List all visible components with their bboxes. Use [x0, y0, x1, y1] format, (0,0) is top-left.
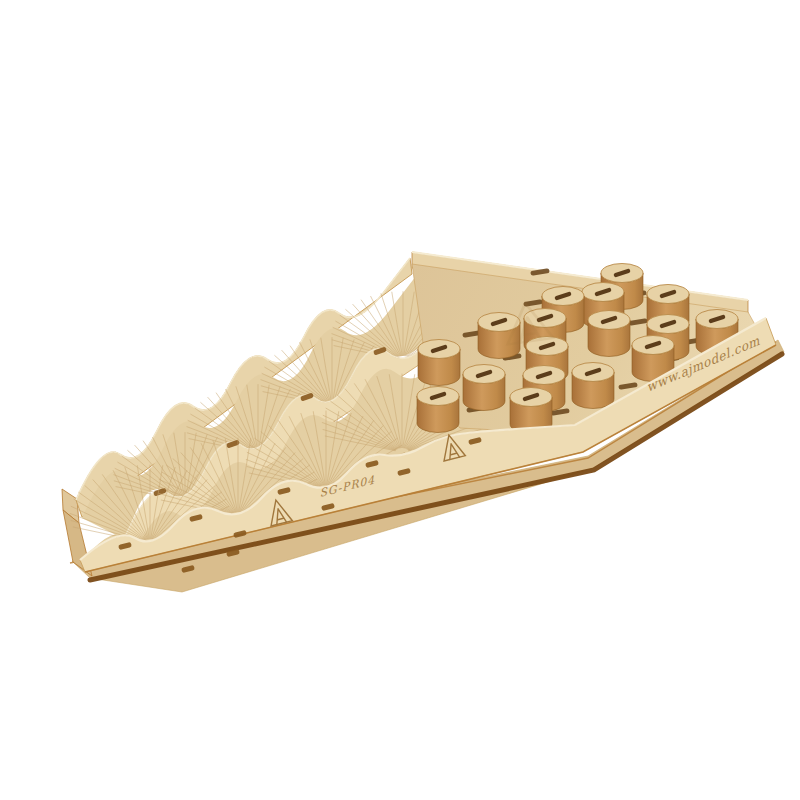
product-photo: SG-PR04 www.ajmodel.com — [0, 0, 800, 800]
peg — [418, 340, 460, 386]
peg — [417, 387, 459, 433]
peg — [478, 313, 520, 359]
peg — [463, 365, 505, 411]
wooden-tray-render: SG-PR04 www.ajmodel.com — [0, 0, 800, 800]
peg — [588, 311, 630, 357]
peg — [572, 363, 614, 409]
